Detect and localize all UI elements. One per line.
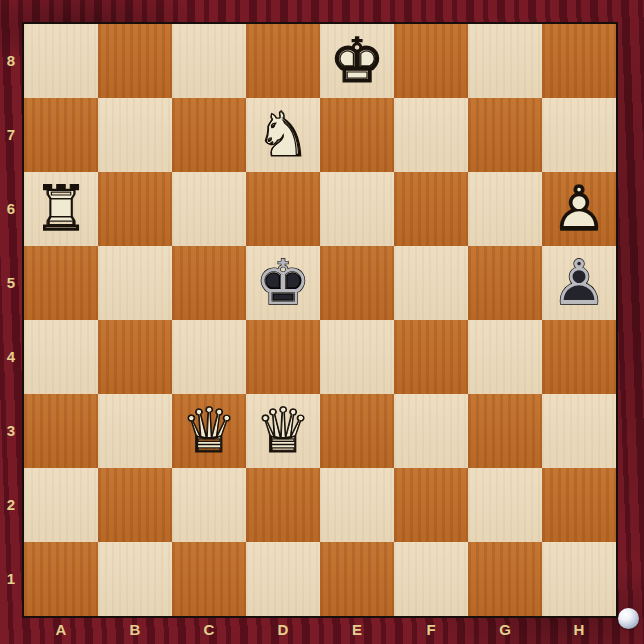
file-label-h: H — [542, 616, 616, 644]
rank-label-2: 2 — [0, 468, 22, 542]
square-a2[interactable] — [24, 468, 98, 542]
file-label-b: B — [98, 616, 172, 644]
square-h1[interactable] — [542, 542, 616, 616]
square-a7[interactable] — [24, 98, 98, 172]
square-d1[interactable] — [246, 542, 320, 616]
square-e4[interactable] — [320, 320, 394, 394]
piece-line-glyph: ♔ — [246, 246, 320, 320]
white-king[interactable]: ♚♔ — [320, 24, 394, 98]
piece-fill-glyph: ♛ — [246, 394, 320, 468]
piece-fill-glyph: ♞ — [246, 98, 320, 172]
piece-line-glyph: ♙ — [542, 172, 616, 246]
square-g2[interactable] — [468, 468, 542, 542]
rank-label-4: 4 — [0, 320, 22, 394]
file-label-c: C — [172, 616, 246, 644]
square-h5[interactable]: ♟♙ — [542, 246, 616, 320]
rank-label-3: 3 — [0, 394, 22, 468]
white-queen[interactable]: ♛♕ — [172, 394, 246, 468]
square-g1[interactable] — [468, 542, 542, 616]
white-pawn[interactable]: ♟♙ — [542, 172, 616, 246]
square-d4[interactable] — [246, 320, 320, 394]
file-label-f: F — [394, 616, 468, 644]
square-g3[interactable] — [468, 394, 542, 468]
square-d6[interactable] — [246, 172, 320, 246]
piece-line-glyph: ♙ — [542, 246, 616, 320]
square-c7[interactable] — [172, 98, 246, 172]
square-b6[interactable] — [98, 172, 172, 246]
piece-fill-glyph: ♚ — [246, 246, 320, 320]
square-h2[interactable] — [542, 468, 616, 542]
square-a4[interactable] — [24, 320, 98, 394]
square-b7[interactable] — [98, 98, 172, 172]
square-d8[interactable] — [246, 24, 320, 98]
square-c5[interactable] — [172, 246, 246, 320]
file-label-a: A — [24, 616, 98, 644]
square-c8[interactable] — [172, 24, 246, 98]
piece-fill-glyph: ♟ — [542, 172, 616, 246]
square-f8[interactable] — [394, 24, 468, 98]
square-a5[interactable] — [24, 246, 98, 320]
square-f4[interactable] — [394, 320, 468, 394]
square-h4[interactable] — [542, 320, 616, 394]
chess-board: ♚♔♞♘♜♖♟♙♚♔♟♙♛♕♛♕ — [22, 22, 618, 618]
square-e3[interactable] — [320, 394, 394, 468]
rank-label-6: 6 — [0, 172, 22, 246]
square-a8[interactable] — [24, 24, 98, 98]
square-e5[interactable] — [320, 246, 394, 320]
piece-line-glyph: ♕ — [246, 394, 320, 468]
file-label-g: G — [468, 616, 542, 644]
square-e6[interactable] — [320, 172, 394, 246]
piece-fill-glyph: ♟ — [542, 246, 616, 320]
square-b5[interactable] — [98, 246, 172, 320]
square-d3[interactable]: ♛♕ — [246, 394, 320, 468]
piece-line-glyph: ♕ — [172, 394, 246, 468]
square-a6[interactable]: ♜♖ — [24, 172, 98, 246]
square-f3[interactable] — [394, 394, 468, 468]
white-to-move-indicator — [618, 608, 639, 629]
square-h8[interactable] — [542, 24, 616, 98]
white-queen[interactable]: ♛♕ — [246, 394, 320, 468]
square-c2[interactable] — [172, 468, 246, 542]
square-b8[interactable] — [98, 24, 172, 98]
rank-label-8: 8 — [0, 24, 22, 98]
square-g7[interactable] — [468, 98, 542, 172]
file-label-e: E — [320, 616, 394, 644]
square-h7[interactable] — [542, 98, 616, 172]
square-f5[interactable] — [394, 246, 468, 320]
file-labels: ABCDEFGH — [24, 616, 616, 644]
square-e1[interactable] — [320, 542, 394, 616]
square-b2[interactable] — [98, 468, 172, 542]
square-g5[interactable] — [468, 246, 542, 320]
square-g8[interactable] — [468, 24, 542, 98]
square-d5[interactable]: ♚♔ — [246, 246, 320, 320]
piece-fill-glyph: ♛ — [172, 394, 246, 468]
square-e2[interactable] — [320, 468, 394, 542]
rank-labels: 87654321 — [0, 24, 22, 616]
square-b1[interactable] — [98, 542, 172, 616]
square-f1[interactable] — [394, 542, 468, 616]
square-c1[interactable] — [172, 542, 246, 616]
square-g6[interactable] — [468, 172, 542, 246]
square-g4[interactable] — [468, 320, 542, 394]
square-d2[interactable] — [246, 468, 320, 542]
square-d7[interactable]: ♞♘ — [246, 98, 320, 172]
piece-line-glyph: ♘ — [246, 98, 320, 172]
square-h3[interactable] — [542, 394, 616, 468]
piece-fill-glyph: ♚ — [320, 24, 394, 98]
square-a3[interactable] — [24, 394, 98, 468]
white-knight[interactable]: ♞♘ — [246, 98, 320, 172]
black-pawn[interactable]: ♟♙ — [542, 246, 616, 320]
square-f6[interactable] — [394, 172, 468, 246]
square-f7[interactable] — [394, 98, 468, 172]
square-e8[interactable]: ♚♔ — [320, 24, 394, 98]
square-b4[interactable] — [98, 320, 172, 394]
rank-label-7: 7 — [0, 98, 22, 172]
black-king[interactable]: ♚♔ — [246, 246, 320, 320]
piece-line-glyph: ♔ — [320, 24, 394, 98]
square-e7[interactable] — [320, 98, 394, 172]
square-h6[interactable]: ♟♙ — [542, 172, 616, 246]
rank-label-5: 5 — [0, 246, 22, 320]
white-rook[interactable]: ♜♖ — [24, 172, 98, 246]
square-c4[interactable] — [172, 320, 246, 394]
piece-line-glyph: ♖ — [24, 172, 98, 246]
square-b3[interactable] — [98, 394, 172, 468]
square-c6[interactable] — [172, 172, 246, 246]
square-f2[interactable] — [394, 468, 468, 542]
piece-fill-glyph: ♜ — [24, 172, 98, 246]
rank-label-1: 1 — [0, 542, 22, 616]
square-a1[interactable] — [24, 542, 98, 616]
file-label-d: D — [246, 616, 320, 644]
square-c3[interactable]: ♛♕ — [172, 394, 246, 468]
